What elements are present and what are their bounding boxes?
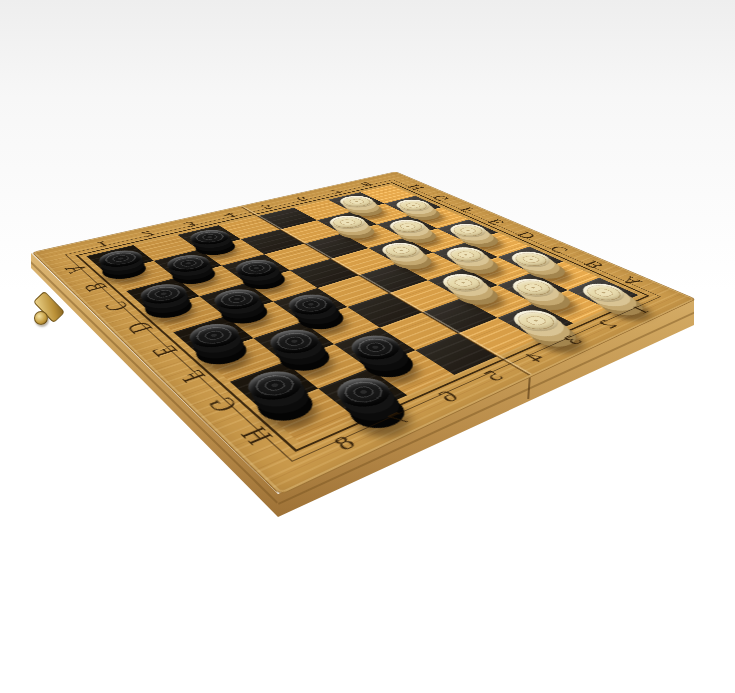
board-frame: A1H8B2G7C3F6D4E5E5D4F6C3G7B2H8A1	[31, 171, 696, 495]
file-label-near: G	[194, 389, 251, 421]
file-label-near: E	[138, 338, 190, 364]
brass-clasp-knob	[34, 311, 48, 325]
file-label-near: C	[92, 296, 140, 318]
photo-background: A1H8B2G7C3F6D4E5E5D4F6C3G7B2H8A1	[0, 0, 735, 693]
file-label-near: A	[54, 260, 98, 278]
brass-clasp	[30, 290, 72, 334]
